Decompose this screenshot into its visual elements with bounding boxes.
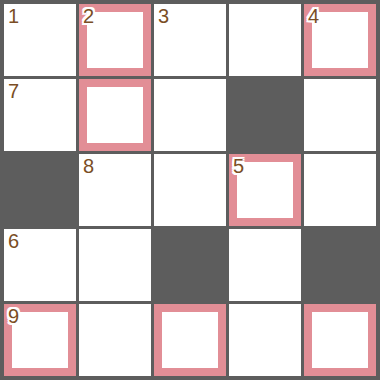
cell-r4c4[interactable] [304,304,376,376]
cell-r1c0[interactable]: 7 [4,79,76,151]
blocked-cell-r3c2 [154,229,226,301]
clue-number-6: 6 [8,230,19,252]
cell-r2c3[interactable]: 5 [229,154,301,226]
clue-number-5: 5 [233,155,244,177]
blocked-cell-r2c0 [4,154,76,226]
cell-r1c2[interactable] [154,79,226,151]
cell-r3c0[interactable]: 6 [4,229,76,301]
cell-r1c4[interactable] [304,79,376,151]
cell-r3c1[interactable] [79,229,151,301]
cell-r4c3[interactable] [229,304,301,376]
blocked-cell-r1c3 [229,79,301,151]
blocked-cell-r3c4 [304,229,376,301]
cell-r2c2[interactable] [154,154,226,226]
clue-number-8: 8 [83,155,94,177]
clue-number-3: 3 [158,5,169,27]
cell-r0c0[interactable]: 1 [4,4,76,76]
clue-number-4: 4 [308,5,319,27]
cell-r2c4[interactable] [304,154,376,226]
cell-r4c1[interactable] [79,304,151,376]
clue-number-1: 1 [8,5,19,27]
clue-number-9: 9 [8,305,19,327]
cell-r1c1[interactable] [79,79,151,151]
crossword-board: 123478569 [0,0,380,380]
cell-r3c3[interactable] [229,229,301,301]
cell-r0c4[interactable]: 4 [304,4,376,76]
cell-r0c2[interactable]: 3 [154,4,226,76]
clue-number-2: 2 [83,5,94,27]
cell-r2c1[interactable]: 8 [79,154,151,226]
cell-r0c1[interactable]: 2 [79,4,151,76]
cell-r4c2[interactable] [154,304,226,376]
cell-r4c0[interactable]: 9 [4,304,76,376]
cell-r0c3[interactable] [229,4,301,76]
clue-number-7: 7 [8,80,19,102]
